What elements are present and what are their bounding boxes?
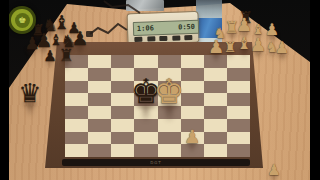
- clock-buttons: [134, 35, 192, 42]
- square-d8: [134, 55, 157, 68]
- square-a1: [65, 144, 88, 157]
- square-g3: [204, 119, 227, 132]
- square-c6: [111, 81, 134, 94]
- square-f8: [181, 55, 204, 68]
- square-g4: [204, 106, 227, 119]
- square-a3: [65, 119, 88, 132]
- square-h3: [227, 119, 250, 132]
- square-h2: [227, 132, 250, 145]
- square-c2: [111, 132, 134, 145]
- clock-button: [184, 35, 192, 40]
- square-b6: [88, 81, 111, 94]
- clock-left-time: 1:06: [137, 24, 154, 33]
- clock-button: [147, 36, 155, 41]
- square-a4: [65, 106, 88, 119]
- square-b3: [88, 119, 111, 132]
- square-c1: [111, 144, 134, 157]
- square-e7: [158, 68, 181, 81]
- square-h4: [227, 106, 250, 119]
- square-f4: [181, 106, 204, 119]
- clock-right-time: 0:50: [178, 23, 195, 32]
- square-c3: [111, 119, 134, 132]
- square-g2: [204, 132, 227, 145]
- square-c5: [111, 93, 134, 106]
- pillarbox-bar-left: [0, 0, 9, 180]
- square-c7: [111, 68, 134, 81]
- square-c8: [111, 55, 134, 68]
- square-h5: [227, 93, 250, 106]
- square-g6: [204, 81, 227, 94]
- square-e8: [158, 55, 181, 68]
- square-f3: [181, 119, 204, 132]
- dgt-brand-strip: DGT: [62, 159, 250, 166]
- clock-display: 1:06 0:50: [133, 20, 199, 36]
- captured-black-pieces: ♜♞♝♟♟♟♝♞♟♟♜: [28, 6, 92, 60]
- square-a2: [65, 132, 88, 145]
- square-c4: [111, 106, 134, 119]
- square-e6: [158, 81, 181, 94]
- square-h7: [227, 68, 250, 81]
- square-a7: [65, 68, 88, 81]
- square-f7: [181, 68, 204, 81]
- square-d2: [134, 132, 157, 145]
- chess-clock: 1:06 0:50: [126, 11, 199, 45]
- square-a6: [65, 81, 88, 94]
- background-screen: [126, 0, 164, 11]
- captured-white-pieces: ♜♞♜♟♝♟♟♜♝♟♞♟: [212, 8, 292, 60]
- square-f6: [181, 81, 204, 94]
- club-logo-crest-icon: ♚: [15, 13, 30, 28]
- square-h6: [227, 81, 250, 94]
- square-b2: [88, 132, 111, 145]
- chess-board: DGT ♚♚♟: [44, 42, 264, 168]
- clock-button: [159, 36, 167, 41]
- square-f5: [181, 93, 204, 106]
- square-d1: [134, 144, 157, 157]
- square-b7: [88, 68, 111, 81]
- square-b1: [88, 144, 111, 157]
- square-b5: [88, 93, 111, 106]
- video-frame: 1:06 0:50 DGT ♚♚♟ ♜♞♝♟♟♟♝♞♟♟♜ ♜♞♜♟♝♟♟♜♝♟…: [0, 0, 320, 180]
- square-e1: [158, 144, 181, 157]
- square-g7: [204, 68, 227, 81]
- square-a5: [65, 93, 88, 106]
- clock-button: [172, 35, 180, 40]
- square-g5: [204, 93, 227, 106]
- pillarbox-bar-right: [310, 0, 320, 180]
- club-logo: ♚: [8, 6, 36, 34]
- dgt-brand-label: DGT: [150, 160, 161, 165]
- square-d7: [134, 68, 157, 81]
- club-logo-ring: ♚: [11, 9, 33, 31]
- square-g1: [204, 144, 227, 157]
- square-b4: [88, 106, 111, 119]
- square-e2: [158, 132, 181, 145]
- square-d6: [134, 81, 157, 94]
- board-squares: [65, 55, 250, 157]
- square-h1: [227, 144, 250, 157]
